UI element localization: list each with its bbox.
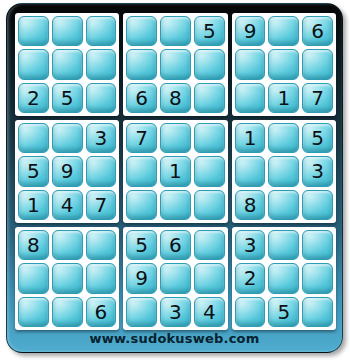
cell-r1c5[interactable] — [160, 16, 191, 46]
box-1-3: 9617 — [232, 13, 336, 116]
box-3-2: 56934 — [123, 227, 227, 330]
cell-r3c7[interactable] — [235, 83, 266, 113]
given-digit: 3 — [244, 235, 257, 255]
cell-r5c7[interactable] — [235, 156, 266, 186]
cell-r8c6[interactable] — [194, 263, 225, 293]
cell-r6c8[interactable] — [268, 190, 299, 220]
cell-r7c2[interactable] — [52, 230, 83, 260]
cell-r2c3[interactable] — [86, 49, 117, 79]
cell-r3c9[interactable]: 7 — [302, 83, 333, 113]
cell-r9c8[interactable]: 5 — [268, 297, 299, 327]
given-digit: 6 — [135, 88, 148, 108]
cell-r3c4[interactable]: 6 — [126, 83, 157, 113]
cell-r3c3[interactable] — [86, 83, 117, 113]
cell-r8c8[interactable] — [268, 263, 299, 293]
cell-r9c1[interactable] — [18, 297, 49, 327]
given-digit: 4 — [203, 302, 216, 322]
cell-r9c7[interactable] — [235, 297, 266, 327]
cell-r9c6[interactable]: 4 — [194, 297, 225, 327]
given-digit: 1 — [244, 128, 257, 148]
cell-r7c5[interactable]: 6 — [160, 230, 191, 260]
given-digit: 2 — [244, 268, 257, 288]
cell-r2c6[interactable] — [194, 49, 225, 79]
cell-r1c3[interactable] — [86, 16, 117, 46]
cell-r5c1[interactable]: 5 — [18, 156, 49, 186]
given-digit: 3 — [95, 128, 108, 148]
cell-r5c4[interactable] — [126, 156, 157, 186]
cell-r1c4[interactable] — [126, 16, 157, 46]
given-digit: 9 — [135, 268, 148, 288]
box-2-1: 359147 — [15, 120, 119, 223]
cell-r8c7[interactable]: 2 — [235, 263, 266, 293]
cell-r5c5[interactable]: 1 — [160, 156, 191, 186]
cell-r4c3[interactable]: 3 — [86, 123, 117, 153]
cell-r2c9[interactable] — [302, 49, 333, 79]
given-digit: 3 — [169, 302, 182, 322]
given-digit: 4 — [61, 195, 74, 215]
cell-r5c6[interactable] — [194, 156, 225, 186]
given-digit: 1 — [169, 161, 182, 181]
cell-r6c4[interactable] — [126, 190, 157, 220]
cell-r9c4[interactable] — [126, 297, 157, 327]
given-digit: 3 — [311, 161, 324, 181]
given-digit: 5 — [135, 235, 148, 255]
given-digit: 1 — [277, 88, 290, 108]
cell-r8c2[interactable] — [52, 263, 83, 293]
cell-r9c3[interactable]: 6 — [86, 297, 117, 327]
cell-r5c8[interactable] — [268, 156, 299, 186]
given-digit: 9 — [61, 161, 74, 181]
cell-r3c8[interactable]: 1 — [268, 83, 299, 113]
cell-r5c3[interactable] — [86, 156, 117, 186]
cell-r7c9[interactable] — [302, 230, 333, 260]
cell-r3c6[interactable] — [194, 83, 225, 113]
box-2-2: 71 — [123, 120, 227, 223]
given-digit: 8 — [169, 88, 182, 108]
cell-r2c8[interactable] — [268, 49, 299, 79]
given-digit: 7 — [311, 88, 324, 108]
cell-r4c4[interactable]: 7 — [126, 123, 157, 153]
sudoku-board: 2556896173591477115388656934325 — [15, 13, 336, 330]
cell-r6c2[interactable]: 4 — [52, 190, 83, 220]
given-digit: 2 — [27, 88, 40, 108]
cell-r6c3[interactable]: 7 — [86, 190, 117, 220]
given-digit: 6 — [169, 235, 182, 255]
cell-r1c2[interactable] — [52, 16, 83, 46]
cell-r2c5[interactable] — [160, 49, 191, 79]
given-digit: 6 — [95, 302, 108, 322]
sudoku-board-frame: 2556896173591477115388656934325 www.sudo… — [6, 3, 343, 353]
cell-r6c7[interactable]: 8 — [235, 190, 266, 220]
cell-r4c7[interactable]: 1 — [235, 123, 266, 153]
cell-r9c2[interactable] — [52, 297, 83, 327]
cell-r8c1[interactable] — [18, 263, 49, 293]
cell-r1c1[interactable] — [18, 16, 49, 46]
cell-r7c6[interactable] — [194, 230, 225, 260]
cell-r2c1[interactable] — [18, 49, 49, 79]
cell-r4c2[interactable] — [52, 123, 83, 153]
cell-r7c4[interactable]: 5 — [126, 230, 157, 260]
cell-r9c9[interactable] — [302, 297, 333, 327]
given-digit: 5 — [61, 88, 74, 108]
box-2-3: 1538 — [232, 120, 336, 223]
cell-r1c6[interactable]: 5 — [194, 16, 225, 46]
given-digit: 6 — [311, 21, 324, 41]
cell-r8c5[interactable] — [160, 263, 191, 293]
given-digit: 5 — [277, 302, 290, 322]
cell-r7c7[interactable]: 3 — [235, 230, 266, 260]
cell-r8c3[interactable] — [86, 263, 117, 293]
cell-r3c5[interactable]: 8 — [160, 83, 191, 113]
given-digit: 5 — [203, 21, 216, 41]
cell-r8c4[interactable]: 9 — [126, 263, 157, 293]
cell-r3c2[interactable]: 5 — [52, 83, 83, 113]
box-3-1: 86 — [15, 227, 119, 330]
given-digit: 7 — [95, 195, 108, 215]
box-3-3: 325 — [232, 227, 336, 330]
cell-r2c2[interactable] — [52, 49, 83, 79]
given-digit: 1 — [27, 195, 40, 215]
cell-r2c7[interactable] — [235, 49, 266, 79]
cell-r4c5[interactable] — [160, 123, 191, 153]
cell-r6c6[interactable] — [194, 190, 225, 220]
cell-r8c9[interactable] — [302, 263, 333, 293]
site-url-label: www.sudokusweb.com — [7, 329, 342, 349]
cell-r9c5[interactable]: 3 — [160, 297, 191, 327]
cell-r2c4[interactable] — [126, 49, 157, 79]
given-digit: 7 — [135, 128, 148, 148]
given-digit: 5 — [27, 161, 40, 181]
cell-r1c8[interactable] — [268, 16, 299, 46]
given-digit: 9 — [244, 21, 257, 41]
cell-r6c5[interactable] — [160, 190, 191, 220]
cell-r7c8[interactable] — [268, 230, 299, 260]
cell-r4c9[interactable]: 5 — [302, 123, 333, 153]
cell-r4c6[interactable] — [194, 123, 225, 153]
cell-r7c3[interactable] — [86, 230, 117, 260]
cell-r6c1[interactable]: 1 — [18, 190, 49, 220]
box-1-1: 25 — [15, 13, 119, 116]
cell-r1c9[interactable]: 6 — [302, 16, 333, 46]
cell-r4c8[interactable] — [268, 123, 299, 153]
cell-r4c1[interactable] — [18, 123, 49, 153]
cell-r3c1[interactable]: 2 — [18, 83, 49, 113]
given-digit: 8 — [27, 235, 40, 255]
cell-r1c7[interactable]: 9 — [235, 16, 266, 46]
cell-r5c2[interactable]: 9 — [52, 156, 83, 186]
cell-r5c9[interactable]: 3 — [302, 156, 333, 186]
box-1-2: 568 — [123, 13, 227, 116]
cell-r7c1[interactable]: 8 — [18, 230, 49, 260]
given-digit: 8 — [244, 195, 257, 215]
cell-r6c9[interactable] — [302, 190, 333, 220]
given-digit: 5 — [311, 128, 324, 148]
